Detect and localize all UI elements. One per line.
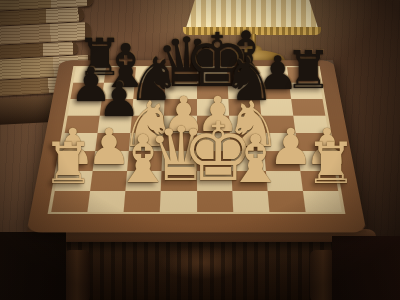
piece-white-rook-a1[interactable]: ♜ (43, 135, 94, 192)
piece-black-rook-h7[interactable]: ♜ (285, 44, 332, 96)
background-furniture-left (0, 232, 66, 300)
piece-white-bishop-f1[interactable]: ♝ (226, 126, 285, 192)
table-leg-left (64, 250, 90, 300)
table-carved-apron (56, 242, 348, 300)
background-furniture-right (332, 236, 400, 300)
square-h6[interactable] (291, 99, 325, 116)
photo-scene: ♜♝♝♛♚♟♜♟♞♞♟♟♟♞♞♟♟♟♟♜♝♛♚♝♜ (0, 0, 400, 300)
piece-white-rook-h1[interactable]: ♜ (305, 135, 356, 192)
